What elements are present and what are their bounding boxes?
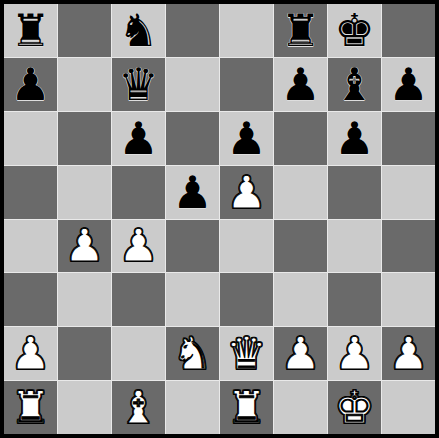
square-h3[interactable] — [382, 273, 435, 326]
square-g5[interactable] — [328, 166, 381, 219]
square-g8[interactable]: ♚ — [328, 4, 381, 57]
square-h1[interactable] — [382, 381, 435, 434]
black-pawn-e6[interactable]: ♟ — [226, 116, 266, 161]
square-g7[interactable]: ♝ — [328, 58, 381, 111]
square-c5[interactable] — [112, 166, 165, 219]
white-king-g1[interactable]: ♚ — [334, 385, 374, 430]
white-pawn-f2[interactable]: ♟ — [280, 331, 320, 376]
square-a2[interactable]: ♟ — [4, 327, 57, 380]
square-g3[interactable] — [328, 273, 381, 326]
square-c3[interactable] — [112, 273, 165, 326]
white-pawn-a2[interactable]: ♟ — [10, 331, 50, 376]
board-frame: ♜♞♜♚♟♛♟♝♟♟♟♟♟♟♟♟♟♞♛♟♟♟♜♝♜♚ — [0, 0, 439, 438]
square-h4[interactable] — [382, 220, 435, 273]
square-e4[interactable] — [220, 220, 273, 273]
square-g4[interactable] — [328, 220, 381, 273]
square-e8[interactable] — [220, 4, 273, 57]
square-h2[interactable]: ♟ — [382, 327, 435, 380]
black-bishop-g7[interactable]: ♝ — [334, 62, 374, 107]
square-d7[interactable] — [166, 58, 219, 111]
square-d1[interactable] — [166, 381, 219, 434]
black-rook-a8[interactable]: ♜ — [10, 8, 50, 53]
square-c1[interactable]: ♝ — [112, 381, 165, 434]
square-c2[interactable] — [112, 327, 165, 380]
square-c7[interactable]: ♛ — [112, 58, 165, 111]
square-b6[interactable] — [58, 112, 111, 165]
square-h7[interactable]: ♟ — [382, 58, 435, 111]
black-pawn-c6[interactable]: ♟ — [118, 116, 158, 161]
square-b3[interactable] — [58, 273, 111, 326]
square-d8[interactable] — [166, 4, 219, 57]
black-pawn-d5[interactable]: ♟ — [172, 170, 212, 215]
square-g2[interactable]: ♟ — [328, 327, 381, 380]
square-a4[interactable] — [4, 220, 57, 273]
square-a7[interactable]: ♟ — [4, 58, 57, 111]
square-c8[interactable]: ♞ — [112, 4, 165, 57]
black-knight-c8[interactable]: ♞ — [118, 8, 158, 53]
square-f5[interactable] — [274, 166, 327, 219]
square-b8[interactable] — [58, 4, 111, 57]
black-pawn-f7[interactable]: ♟ — [280, 62, 320, 107]
square-a3[interactable] — [4, 273, 57, 326]
white-rook-a1[interactable]: ♜ — [10, 385, 50, 430]
square-h8[interactable] — [382, 4, 435, 57]
square-d3[interactable] — [166, 273, 219, 326]
square-e7[interactable] — [220, 58, 273, 111]
square-e6[interactable]: ♟ — [220, 112, 273, 165]
white-pawn-c4[interactable]: ♟ — [118, 223, 158, 268]
square-e2[interactable]: ♛ — [220, 327, 273, 380]
square-e1[interactable]: ♜ — [220, 381, 273, 434]
square-b1[interactable] — [58, 381, 111, 434]
chess-board: ♜♞♜♚♟♛♟♝♟♟♟♟♟♟♟♟♟♞♛♟♟♟♜♝♜♚ — [4, 4, 435, 434]
square-d4[interactable] — [166, 220, 219, 273]
square-e3[interactable] — [220, 273, 273, 326]
square-f8[interactable]: ♜ — [274, 4, 327, 57]
white-queen-e2[interactable]: ♛ — [226, 331, 266, 376]
black-pawn-h7[interactable]: ♟ — [388, 62, 428, 107]
square-e5[interactable]: ♟ — [220, 166, 273, 219]
square-g1[interactable]: ♚ — [328, 381, 381, 434]
black-pawn-a7[interactable]: ♟ — [10, 62, 50, 107]
square-f3[interactable] — [274, 273, 327, 326]
square-d2[interactable]: ♞ — [166, 327, 219, 380]
square-b2[interactable] — [58, 327, 111, 380]
square-b5[interactable] — [58, 166, 111, 219]
white-pawn-g2[interactable]: ♟ — [334, 331, 374, 376]
square-c4[interactable]: ♟ — [112, 220, 165, 273]
square-d6[interactable] — [166, 112, 219, 165]
square-f7[interactable]: ♟ — [274, 58, 327, 111]
square-h5[interactable] — [382, 166, 435, 219]
square-a1[interactable]: ♜ — [4, 381, 57, 434]
square-a8[interactable]: ♜ — [4, 4, 57, 57]
white-knight-d2[interactable]: ♞ — [172, 331, 212, 376]
white-pawn-e5[interactable]: ♟ — [226, 170, 266, 215]
square-d5[interactable]: ♟ — [166, 166, 219, 219]
square-f4[interactable] — [274, 220, 327, 273]
square-f1[interactable] — [274, 381, 327, 434]
square-f6[interactable] — [274, 112, 327, 165]
white-pawn-b4[interactable]: ♟ — [64, 223, 104, 268]
square-a5[interactable] — [4, 166, 57, 219]
black-rook-f8[interactable]: ♜ — [280, 8, 320, 53]
black-queen-c7[interactable]: ♛ — [118, 62, 158, 107]
square-b7[interactable] — [58, 58, 111, 111]
white-pawn-h2[interactable]: ♟ — [388, 331, 428, 376]
white-rook-e1[interactable]: ♜ — [226, 385, 266, 430]
white-bishop-c1[interactable]: ♝ — [118, 385, 158, 430]
square-g6[interactable]: ♟ — [328, 112, 381, 165]
black-king-g8[interactable]: ♚ — [334, 8, 374, 53]
black-pawn-g6[interactable]: ♟ — [334, 116, 374, 161]
square-f2[interactable]: ♟ — [274, 327, 327, 380]
square-c6[interactable]: ♟ — [112, 112, 165, 165]
square-a6[interactable] — [4, 112, 57, 165]
square-b4[interactable]: ♟ — [58, 220, 111, 273]
square-h6[interactable] — [382, 112, 435, 165]
